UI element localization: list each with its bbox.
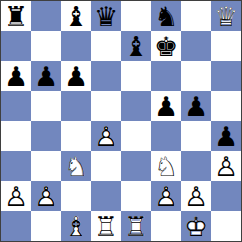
black-king-glyph: ♚ (151, 31, 181, 61)
white-queen-glyph-outline: ♕ (211, 1, 241, 31)
black-pawn-glyph: ♟ (61, 61, 91, 91)
square-f6[interactable] (151, 61, 181, 91)
square-h2[interactable] (211, 181, 241, 211)
square-b1[interactable] (31, 211, 61, 241)
square-g7[interactable] (181, 31, 211, 61)
piece-black-rook[interactable]: ♜ (1, 1, 31, 31)
piece-white-bishop[interactable]: ♝♗ (61, 211, 91, 241)
square-e6[interactable] (121, 61, 151, 91)
piece-black-pawn[interactable]: ♟ (211, 121, 241, 151)
white-pawn-glyph-outline: ♙ (1, 181, 31, 211)
square-h7[interactable] (211, 31, 241, 61)
white-rook-glyph-outline: ♖ (121, 211, 151, 241)
square-g4[interactable] (181, 121, 211, 151)
square-d1[interactable]: ♜♖ (91, 211, 121, 241)
square-b8[interactable] (31, 1, 61, 31)
piece-black-pawn[interactable]: ♟ (1, 61, 31, 91)
square-g2[interactable]: ♟♙ (181, 181, 211, 211)
piece-black-bishop[interactable]: ♝ (121, 31, 151, 61)
square-c3[interactable]: ♞♘ (61, 151, 91, 181)
square-f8[interactable]: ♞ (151, 1, 181, 31)
piece-white-pawn[interactable]: ♟♙ (181, 181, 211, 211)
black-pawn-glyph: ♟ (151, 91, 181, 121)
square-b7[interactable] (31, 31, 61, 61)
black-pawn-glyph: ♟ (31, 61, 61, 91)
black-pawn-glyph: ♟ (1, 61, 31, 91)
black-bishop-glyph: ♝ (121, 31, 151, 61)
square-d4[interactable]: ♟♙ (91, 121, 121, 151)
square-b2[interactable]: ♟♙ (31, 181, 61, 211)
square-e4[interactable] (121, 121, 151, 151)
piece-white-pawn[interactable]: ♟♙ (1, 181, 31, 211)
piece-black-pawn[interactable]: ♟ (151, 91, 181, 121)
square-c4[interactable] (61, 121, 91, 151)
black-pawn-glyph: ♟ (211, 121, 241, 151)
square-a8[interactable]: ♜ (1, 1, 31, 31)
square-d8[interactable]: ♛ (91, 1, 121, 31)
square-g8[interactable] (181, 1, 211, 31)
square-c1[interactable]: ♝♗ (61, 211, 91, 241)
white-knight-glyph-outline: ♘ (61, 151, 91, 181)
square-d6[interactable] (91, 61, 121, 91)
white-king-glyph-outline: ♔ (181, 211, 211, 241)
piece-black-knight[interactable]: ♞ (151, 1, 181, 31)
square-g1[interactable]: ♚♔ (181, 211, 211, 241)
piece-black-pawn[interactable]: ♟ (181, 91, 211, 121)
piece-white-pawn[interactable]: ♟♙ (31, 181, 61, 211)
white-bishop-glyph-outline: ♗ (61, 211, 91, 241)
square-a6[interactable]: ♟ (1, 61, 31, 91)
square-h5[interactable] (211, 91, 241, 121)
square-h3[interactable]: ♟♙ (211, 151, 241, 181)
piece-white-pawn[interactable]: ♟♙ (151, 181, 181, 211)
square-g3[interactable] (181, 151, 211, 181)
piece-black-queen[interactable]: ♛ (91, 1, 121, 31)
square-a1[interactable] (1, 211, 31, 241)
piece-white-pawn[interactable]: ♟♙ (211, 151, 241, 181)
white-knight-glyph-outline: ♘ (151, 151, 181, 181)
square-c7[interactable] (61, 31, 91, 61)
square-f1[interactable] (151, 211, 181, 241)
piece-white-knight[interactable]: ♞♘ (151, 151, 181, 181)
square-g6[interactable] (181, 61, 211, 91)
chessboard: ♜♝♛♞♛♕♝♚♟♟♟♟♟♟♙♟♞♘♞♘♟♙♟♙♟♙♟♙♟♙♝♗♜♖♜♖♚♔ (0, 0, 242, 242)
piece-white-rook[interactable]: ♜♖ (91, 211, 121, 241)
square-f4[interactable] (151, 121, 181, 151)
square-d7[interactable] (91, 31, 121, 61)
square-a5[interactable] (1, 91, 31, 121)
square-b6[interactable]: ♟ (31, 61, 61, 91)
square-g5[interactable]: ♟ (181, 91, 211, 121)
piece-white-queen[interactable]: ♛♕ (211, 1, 241, 31)
piece-white-rook[interactable]: ♜♖ (121, 211, 151, 241)
piece-black-pawn[interactable]: ♟ (31, 61, 61, 91)
square-d2[interactable] (91, 181, 121, 211)
white-pawn-glyph-outline: ♙ (181, 181, 211, 211)
square-f2[interactable]: ♟♙ (151, 181, 181, 211)
square-c5[interactable] (61, 91, 91, 121)
black-bishop-glyph: ♝ (61, 1, 91, 31)
white-pawn-glyph-outline: ♙ (211, 151, 241, 181)
square-c8[interactable]: ♝ (61, 1, 91, 31)
square-h1[interactable] (211, 211, 241, 241)
square-a7[interactable] (1, 31, 31, 61)
white-pawn-glyph-outline: ♙ (91, 121, 121, 151)
black-knight-glyph: ♞ (151, 1, 181, 31)
square-e8[interactable] (121, 1, 151, 31)
black-queen-glyph: ♛ (91, 1, 121, 31)
square-a2[interactable]: ♟♙ (1, 181, 31, 211)
square-e7[interactable]: ♝ (121, 31, 151, 61)
white-pawn-glyph-outline: ♙ (31, 181, 61, 211)
square-c2[interactable] (61, 181, 91, 211)
square-f7[interactable]: ♚ (151, 31, 181, 61)
square-f5[interactable]: ♟ (151, 91, 181, 121)
square-a4[interactable] (1, 121, 31, 151)
piece-white-king[interactable]: ♚♔ (181, 211, 211, 241)
square-d3[interactable] (91, 151, 121, 181)
square-b3[interactable] (31, 151, 61, 181)
black-pawn-glyph: ♟ (181, 91, 211, 121)
square-e2[interactable] (121, 181, 151, 211)
square-b5[interactable] (31, 91, 61, 121)
square-c6[interactable]: ♟ (61, 61, 91, 91)
square-d5[interactable] (91, 91, 121, 121)
white-rook-glyph-outline: ♖ (91, 211, 121, 241)
piece-black-king[interactable]: ♚ (151, 31, 181, 61)
square-a3[interactable] (1, 151, 31, 181)
square-h4[interactable]: ♟ (211, 121, 241, 151)
piece-white-knight[interactable]: ♞♘ (61, 151, 91, 181)
square-b4[interactable] (31, 121, 61, 151)
square-h6[interactable] (211, 61, 241, 91)
square-f3[interactable]: ♞♘ (151, 151, 181, 181)
square-h8[interactable]: ♛♕ (211, 1, 241, 31)
piece-black-bishop[interactable]: ♝ (61, 1, 91, 31)
white-pawn-glyph-outline: ♙ (151, 181, 181, 211)
piece-white-pawn[interactable]: ♟♙ (91, 121, 121, 151)
square-e5[interactable] (121, 91, 151, 121)
square-e1[interactable]: ♜♖ (121, 211, 151, 241)
black-rook-glyph: ♜ (1, 1, 31, 31)
piece-black-pawn[interactable]: ♟ (61, 61, 91, 91)
square-e3[interactable] (121, 151, 151, 181)
